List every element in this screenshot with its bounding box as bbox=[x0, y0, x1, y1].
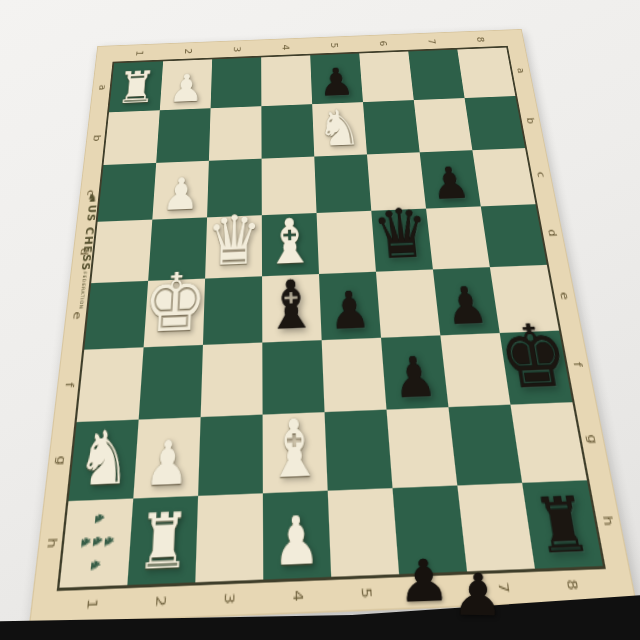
file-label-right-b: b bbox=[522, 114, 537, 127]
square-b1[interactable] bbox=[103, 110, 159, 165]
square-h8[interactable]: ♜ bbox=[522, 480, 603, 568]
file-label-right-c: c bbox=[533, 168, 549, 182]
captured-black-pawn: ♟ bbox=[397, 551, 451, 611]
square-f6[interactable]: ♟ bbox=[381, 335, 448, 409]
square-c8[interactable] bbox=[472, 148, 535, 206]
rank-label-bottom-3: 3 bbox=[220, 587, 237, 610]
square-b7[interactable] bbox=[414, 98, 473, 152]
square-b8[interactable] bbox=[465, 96, 525, 150]
rank-label-bottom-1: 1 bbox=[82, 592, 101, 615]
file-label-left-d: d bbox=[76, 244, 91, 260]
rank-label-bottom-8: 8 bbox=[561, 573, 582, 596]
square-f1[interactable] bbox=[77, 347, 144, 422]
table-surface: ♞US CHESSFEDERATION ♜♟♟♞♟♟♛♝♛♚♝♟♟♟♚♞♟♝♞♞… bbox=[0, 0, 640, 640]
square-g6[interactable] bbox=[387, 407, 458, 488]
square-g8[interactable] bbox=[510, 402, 587, 483]
square-g4[interactable]: ♝ bbox=[263, 412, 328, 493]
file-label-right-f: f bbox=[568, 355, 586, 373]
file-label-left-e: e bbox=[69, 307, 85, 324]
rank-label-bottom-2: 2 bbox=[151, 590, 169, 613]
square-b6[interactable] bbox=[363, 100, 420, 154]
file-label-left-b: b bbox=[89, 131, 103, 144]
rank-label-top-2: 2 bbox=[181, 45, 194, 57]
rank-label-top-1: 1 bbox=[132, 47, 145, 59]
file-label-right-g: g bbox=[582, 429, 601, 449]
file-label-right-d: d bbox=[543, 225, 560, 240]
square-a3[interactable] bbox=[211, 57, 262, 108]
file-label-right-e: e bbox=[555, 288, 572, 305]
file-label-left-g: g bbox=[52, 451, 70, 471]
square-g5[interactable] bbox=[325, 410, 393, 491]
square-d6[interactable]: ♛ bbox=[371, 209, 433, 272]
chess-board: ♞US CHESSFEDERATION ♜♟♟♞♟♟♛♝♛♚♝♟♟♟♚♞♟♝♞♞… bbox=[29, 29, 636, 625]
brand-subtext: FEDERATION bbox=[78, 271, 87, 309]
square-a8[interactable] bbox=[457, 48, 515, 98]
square-f2[interactable] bbox=[139, 345, 203, 420]
rank-label-top-3: 3 bbox=[230, 43, 242, 55]
board-border: ♞US CHESSFEDERATION ♜♟♟♞♟♟♛♝♛♚♝♟♟♟♚♞♟♝♞♞… bbox=[29, 29, 636, 625]
file-label-right-a: a bbox=[513, 64, 528, 76]
square-a7[interactable] bbox=[408, 50, 464, 101]
file-label-left-h: h bbox=[42, 532, 61, 554]
rank-label-bottom-5: 5 bbox=[357, 582, 375, 605]
square-h4[interactable]: ♟ bbox=[263, 491, 331, 580]
file-label-left-f: f bbox=[60, 376, 77, 394]
square-d7[interactable] bbox=[426, 206, 490, 269]
rank-label-top-4: 4 bbox=[279, 41, 291, 53]
square-b3[interactable] bbox=[209, 106, 262, 161]
square-f8[interactable]: ♚ bbox=[500, 331, 573, 405]
file-label-left-c: c bbox=[83, 186, 98, 200]
square-h5[interactable] bbox=[328, 488, 399, 577]
captured-black-pawn: ♟ bbox=[451, 566, 504, 625]
square-a5[interactable]: ♟ bbox=[310, 53, 363, 104]
square-b2[interactable] bbox=[156, 108, 210, 163]
file-label-left-a: a bbox=[95, 81, 109, 94]
file-label-right-h: h bbox=[597, 510, 617, 532]
square-f3[interactable] bbox=[201, 343, 263, 418]
square-e2[interactable]: ♚ bbox=[144, 279, 205, 348]
board-grid: ♜♟♟♞♟♟♛♝♛♚♝♟♟♟♚♞♟♝♞♞ ♞ ♞♞♜♟♜ bbox=[59, 48, 602, 588]
square-a6[interactable] bbox=[359, 51, 414, 102]
rank-label-top-7: 7 bbox=[424, 36, 437, 48]
rank-label-top-8: 8 bbox=[473, 34, 487, 46]
square-b5[interactable]: ♞ bbox=[312, 102, 367, 156]
square-a2[interactable]: ♟ bbox=[160, 59, 212, 110]
rank-label-bottom-4: 4 bbox=[288, 584, 305, 607]
rank-label-top-6: 6 bbox=[376, 38, 389, 50]
square-g2[interactable]: ♟ bbox=[133, 417, 200, 498]
square-h2[interactable]: ♜ bbox=[127, 496, 198, 585]
square-d8[interactable] bbox=[481, 204, 547, 267]
square-e5[interactable]: ♟ bbox=[319, 272, 381, 340]
rank-label-top-5: 5 bbox=[327, 40, 340, 52]
square-g7[interactable] bbox=[448, 405, 522, 486]
